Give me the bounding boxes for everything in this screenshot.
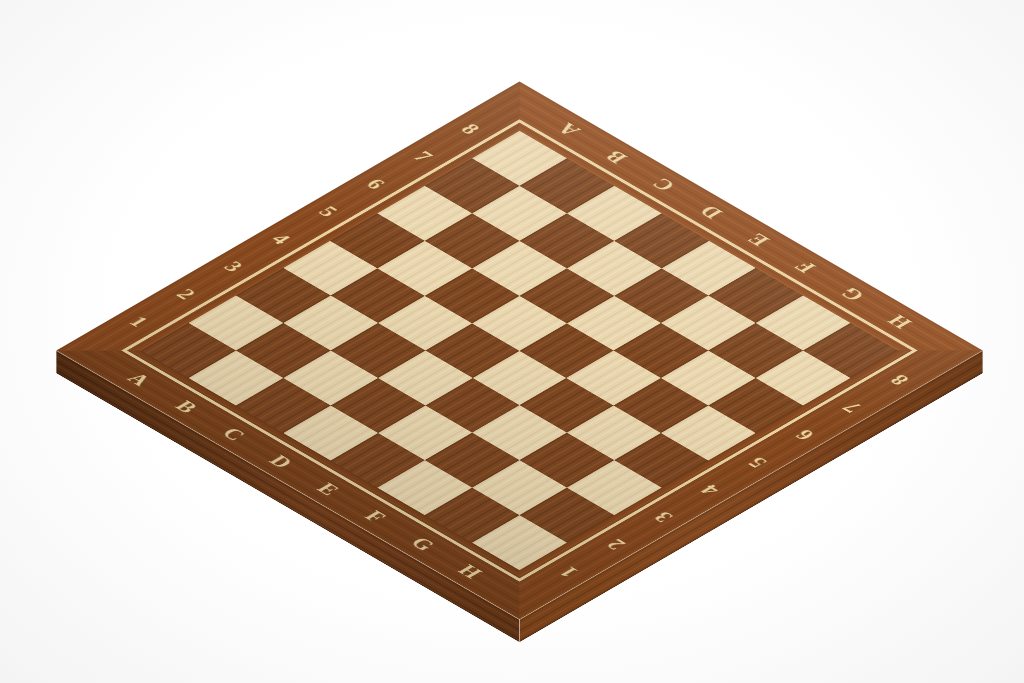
square-f5 xyxy=(566,350,661,405)
square-h5 xyxy=(661,405,756,460)
square-d3 xyxy=(377,350,472,405)
square-d2 xyxy=(330,377,425,432)
square-e2 xyxy=(377,405,472,460)
square-e3 xyxy=(424,377,519,432)
square-f1 xyxy=(377,460,472,515)
square-d1 xyxy=(283,405,378,460)
square-h3 xyxy=(566,460,661,515)
square-b1 xyxy=(188,350,283,405)
square-g3 xyxy=(519,432,614,487)
square-g2 xyxy=(472,460,567,515)
square-f3 xyxy=(472,405,567,460)
square-c1 xyxy=(235,377,330,432)
square-g5 xyxy=(614,377,709,432)
square-g6 xyxy=(661,350,756,405)
square-e1 xyxy=(330,432,425,487)
square-f4 xyxy=(519,377,614,432)
square-h1 xyxy=(472,515,567,570)
square-h4 xyxy=(614,432,709,487)
photo-scene: ABCDEFGH ABCDEFGH 87654321 87654321 xyxy=(0,0,1024,683)
square-c2 xyxy=(283,350,378,405)
square-g4 xyxy=(566,405,661,460)
square-h6 xyxy=(708,377,803,432)
square-f2 xyxy=(424,432,519,487)
square-h2 xyxy=(519,487,614,542)
square-g1 xyxy=(424,487,519,542)
square-h7 xyxy=(755,350,850,405)
square-e4 xyxy=(472,350,567,405)
